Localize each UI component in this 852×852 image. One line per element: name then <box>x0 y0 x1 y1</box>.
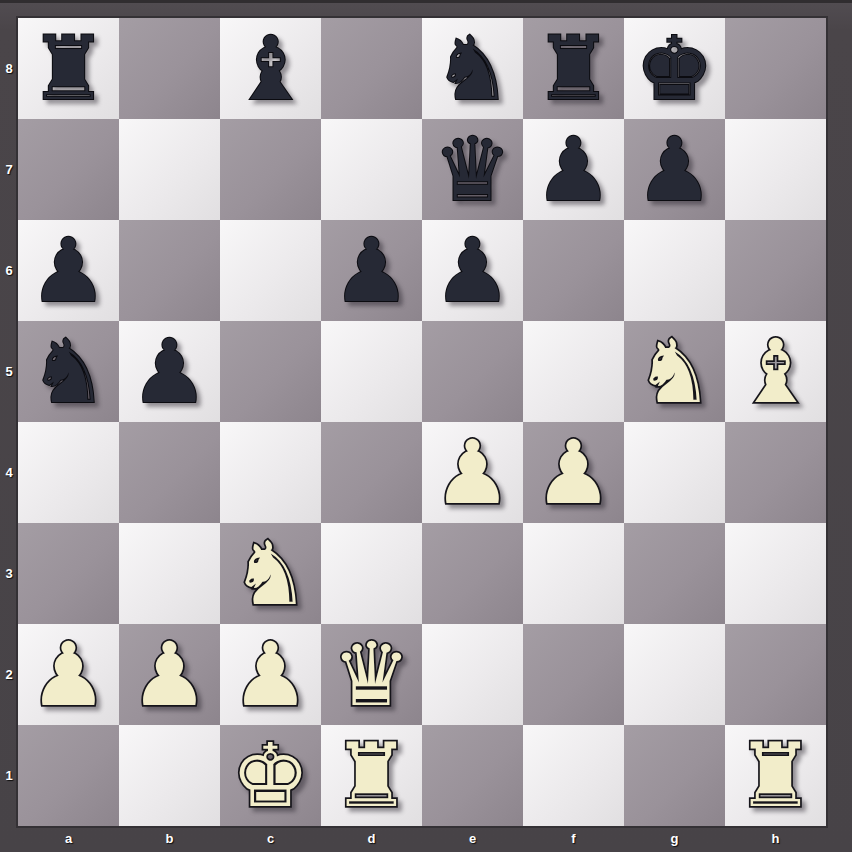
square-f3[interactable] <box>523 523 624 624</box>
square-a3[interactable] <box>18 523 119 624</box>
square-h4[interactable] <box>725 422 826 523</box>
square-g3[interactable] <box>624 523 725 624</box>
square-h1[interactable]: ♜ <box>725 725 826 826</box>
black-rook[interactable]: ♜ <box>29 18 108 119</box>
square-b2[interactable]: ♟ <box>119 624 220 725</box>
square-f8[interactable]: ♜ <box>523 18 624 119</box>
black-pawn[interactable]: ♟ <box>433 220 512 321</box>
square-d2[interactable]: ♛ <box>321 624 422 725</box>
square-c1[interactable]: ♚ <box>220 725 321 826</box>
rank-label-4: 4 <box>0 422 18 523</box>
white-pawn[interactable]: ♟ <box>433 422 512 523</box>
square-b8[interactable] <box>119 18 220 119</box>
white-knight[interactable]: ♞ <box>231 523 310 624</box>
file-label-d: d <box>321 828 422 852</box>
rank-label-1: 1 <box>0 725 18 826</box>
square-e1[interactable] <box>422 725 523 826</box>
square-h8[interactable] <box>725 18 826 119</box>
square-a7[interactable] <box>18 119 119 220</box>
square-c4[interactable] <box>220 422 321 523</box>
square-d5[interactable] <box>321 321 422 422</box>
square-g7[interactable]: ♟ <box>624 119 725 220</box>
square-c3[interactable]: ♞ <box>220 523 321 624</box>
square-b4[interactable] <box>119 422 220 523</box>
square-c5[interactable] <box>220 321 321 422</box>
black-king[interactable]: ♚ <box>635 18 714 119</box>
square-f7[interactable]: ♟ <box>523 119 624 220</box>
square-a2[interactable]: ♟ <box>18 624 119 725</box>
rank-label-8: 8 <box>0 18 18 119</box>
black-pawn[interactable]: ♟ <box>635 119 714 220</box>
square-d1[interactable]: ♜ <box>321 725 422 826</box>
rank-label-2: 2 <box>0 624 18 725</box>
square-f2[interactable] <box>523 624 624 725</box>
file-label-a: a <box>18 828 119 852</box>
file-label-f: f <box>523 828 624 852</box>
white-pawn[interactable]: ♟ <box>231 624 310 725</box>
square-d8[interactable] <box>321 18 422 119</box>
black-pawn[interactable]: ♟ <box>332 220 411 321</box>
square-h3[interactable] <box>725 523 826 624</box>
square-c8[interactable]: ♝ <box>220 18 321 119</box>
square-g2[interactable] <box>624 624 725 725</box>
black-pawn[interactable]: ♟ <box>130 321 209 422</box>
file-label-g: g <box>624 828 725 852</box>
square-h5[interactable]: ♝ <box>725 321 826 422</box>
black-knight[interactable]: ♞ <box>29 321 108 422</box>
file-label-b: b <box>119 828 220 852</box>
square-a5[interactable]: ♞ <box>18 321 119 422</box>
square-f6[interactable] <box>523 220 624 321</box>
square-g6[interactable] <box>624 220 725 321</box>
white-king[interactable]: ♚ <box>231 725 310 826</box>
black-pawn[interactable]: ♟ <box>29 220 108 321</box>
square-f4[interactable]: ♟ <box>523 422 624 523</box>
white-bishop[interactable]: ♝ <box>736 321 815 422</box>
rank-label-7: 7 <box>0 119 18 220</box>
square-a6[interactable]: ♟ <box>18 220 119 321</box>
black-queen[interactable]: ♛ <box>433 119 512 220</box>
square-b7[interactable] <box>119 119 220 220</box>
black-pawn[interactable]: ♟ <box>534 119 613 220</box>
square-e4[interactable]: ♟ <box>422 422 523 523</box>
square-h7[interactable] <box>725 119 826 220</box>
square-d4[interactable] <box>321 422 422 523</box>
square-f5[interactable] <box>523 321 624 422</box>
square-b5[interactable]: ♟ <box>119 321 220 422</box>
square-g1[interactable] <box>624 725 725 826</box>
black-knight[interactable]: ♞ <box>433 18 512 119</box>
file-label-e: e <box>422 828 523 852</box>
white-pawn[interactable]: ♟ <box>534 422 613 523</box>
rank-label-6: 6 <box>0 220 18 321</box>
rank-label-3: 3 <box>0 523 18 624</box>
square-d3[interactable] <box>321 523 422 624</box>
square-a1[interactable] <box>18 725 119 826</box>
square-h2[interactable] <box>725 624 826 725</box>
square-e5[interactable] <box>422 321 523 422</box>
white-pawn[interactable]: ♟ <box>29 624 108 725</box>
square-c2[interactable]: ♟ <box>220 624 321 725</box>
square-b3[interactable] <box>119 523 220 624</box>
square-f1[interactable] <box>523 725 624 826</box>
square-a8[interactable]: ♜ <box>18 18 119 119</box>
square-g5[interactable]: ♞ <box>624 321 725 422</box>
square-b6[interactable] <box>119 220 220 321</box>
square-g8[interactable]: ♚ <box>624 18 725 119</box>
square-d7[interactable] <box>321 119 422 220</box>
square-e7[interactable]: ♛ <box>422 119 523 220</box>
square-e2[interactable] <box>422 624 523 725</box>
square-e6[interactable]: ♟ <box>422 220 523 321</box>
square-g4[interactable] <box>624 422 725 523</box>
white-rook[interactable]: ♜ <box>736 725 815 826</box>
square-a4[interactable] <box>18 422 119 523</box>
square-e8[interactable]: ♞ <box>422 18 523 119</box>
square-b1[interactable] <box>119 725 220 826</box>
white-rook[interactable]: ♜ <box>332 725 411 826</box>
square-h6[interactable] <box>725 220 826 321</box>
white-queen[interactable]: ♛ <box>332 624 411 725</box>
square-c6[interactable] <box>220 220 321 321</box>
square-c7[interactable] <box>220 119 321 220</box>
white-pawn[interactable]: ♟ <box>130 624 209 725</box>
black-bishop[interactable]: ♝ <box>231 18 310 119</box>
square-d6[interactable]: ♟ <box>321 220 422 321</box>
rank-label-5: 5 <box>0 321 18 422</box>
file-label-c: c <box>220 828 321 852</box>
chess-board-frame: ♜♝♞♜♚♛♟♟♟♟♟♞♟♞♝♟♟♞♟♟♟♛♚♜♜ 87654321abcdef… <box>0 0 852 852</box>
chess-board: ♜♝♞♜♚♛♟♟♟♟♟♞♟♞♝♟♟♞♟♟♟♛♚♜♜ <box>18 18 826 826</box>
black-rook[interactable]: ♜ <box>534 18 613 119</box>
square-e3[interactable] <box>422 523 523 624</box>
white-knight[interactable]: ♞ <box>635 321 714 422</box>
file-label-h: h <box>725 828 826 852</box>
